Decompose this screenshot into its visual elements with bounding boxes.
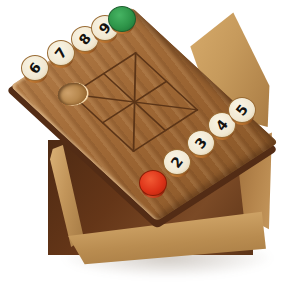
puzzle-scene: 6 7 8 9 2 3 4 5 <box>0 0 300 289</box>
peg-number: 7 <box>52 45 69 61</box>
peg-6[interactable]: 6 <box>21 55 49 95</box>
peg-hole <box>52 79 92 110</box>
peg-green[interactable] <box>108 6 136 46</box>
peg-number: 2 <box>168 154 185 170</box>
peg-top-face: 5 <box>228 97 256 123</box>
peg-5[interactable]: 5 <box>228 97 256 137</box>
peg-top-face: 6 <box>21 55 49 81</box>
peg-top-face-green <box>108 6 136 32</box>
peg-number: 6 <box>26 60 43 76</box>
peg-number: 3 <box>192 135 209 151</box>
peg-number: 5 <box>233 102 250 118</box>
